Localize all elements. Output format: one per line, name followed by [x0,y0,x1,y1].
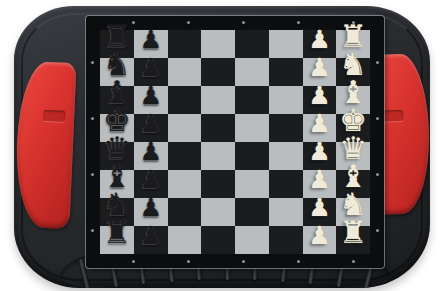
square: ♟ [303,142,337,170]
black-pawn: ♟ [134,167,168,192]
square [201,114,235,142]
square: ♛ [100,142,134,170]
square [235,142,269,170]
square [269,226,303,254]
rivet-dot [242,260,245,263]
square [201,58,235,86]
square [235,226,269,254]
square: ♞ [100,198,134,226]
square [168,170,202,198]
square: ♟ [134,198,168,226]
white-pawn: ♟ [303,111,337,136]
square: ♟ [134,114,168,142]
square: ♟ [303,114,337,142]
chess-case: ♜♟♟♜♞♟♟♞♝♟♟♝♚♟♟♚♛♟♟♛♝♟♟♝♞♟♟♞♜♟♟♜ [14,6,430,288]
square: ♟ [303,226,337,254]
square [235,58,269,86]
black-pawn: ♟ [134,55,168,80]
rivet-dot [376,61,379,64]
square [235,114,269,142]
square [168,226,202,254]
rivet-dot [132,260,135,263]
black-rook: ♜ [100,21,134,52]
square [201,142,235,170]
square: ♜ [100,30,134,58]
square [168,114,202,142]
rivet-dot [187,21,190,24]
square [269,198,303,226]
board-frame: ♜♟♟♜♞♟♟♞♝♟♟♝♚♟♟♚♛♟♟♛♝♟♟♝♞♟♟♞♜♟♟♜ [86,16,384,268]
square: ♟ [134,86,168,114]
square: ♟ [134,170,168,198]
square: ♜ [336,30,370,58]
white-pawn: ♟ [303,139,337,164]
white-pawn: ♟ [303,83,337,108]
square [168,142,202,170]
square: ♟ [303,170,337,198]
square [201,226,235,254]
left-grip [14,61,77,229]
square: ♞ [336,198,370,226]
square [201,30,235,58]
rivet-dot [242,21,245,24]
square: ♜ [100,226,134,254]
rivet-dot [91,229,94,232]
square: ♟ [303,58,337,86]
white-pawn: ♟ [303,27,337,52]
chess-board: ♜♟♟♜♞♟♟♞♝♟♟♝♚♟♟♚♛♟♟♛♝♟♟♝♞♟♟♞♜♟♟♜ [100,30,370,254]
white-rook: ♜ [336,21,370,52]
black-pawn: ♟ [134,223,168,248]
rivet-dot [187,260,190,263]
square [168,30,202,58]
square [201,198,235,226]
square: ♝ [336,170,370,198]
square [168,86,202,114]
square: ♛ [336,142,370,170]
square: ♝ [336,86,370,114]
square [201,86,235,114]
square [201,170,235,198]
square [269,142,303,170]
right-grip-slot [381,110,403,122]
square: ♜ [336,226,370,254]
square: ♚ [100,114,134,142]
black-pawn: ♟ [134,83,168,108]
rivet-dot [376,117,379,120]
black-pawn: ♟ [134,111,168,136]
square: ♝ [100,170,134,198]
white-pawn: ♟ [303,55,337,80]
square: ♞ [336,58,370,86]
black-pawn: ♟ [134,27,168,52]
rivet-dot [91,61,94,64]
square: ♟ [134,226,168,254]
square: ♟ [303,198,337,226]
black-pawn: ♟ [134,195,168,220]
rivet-dot [132,21,135,24]
square: ♟ [303,30,337,58]
square [168,198,202,226]
square [269,58,303,86]
rivet-dot [352,21,355,24]
rivet-dot [297,21,300,24]
square [235,198,269,226]
square: ♟ [134,58,168,86]
square [168,58,202,86]
white-pawn: ♟ [303,195,337,220]
product-photo: ♜♟♟♜♞♟♟♞♝♟♟♝♚♟♟♚♛♟♟♛♝♟♟♝♞♟♟♞♜♟♟♜ [0,0,440,291]
square [235,86,269,114]
square: ♝ [100,86,134,114]
square: ♚ [336,114,370,142]
white-pawn: ♟ [303,223,337,248]
white-pawn: ♟ [303,167,337,192]
square [235,170,269,198]
left-grip-slot [43,110,65,122]
rivet-dot [376,229,379,232]
square [269,30,303,58]
square: ♟ [134,30,168,58]
square: ♞ [100,58,134,86]
black-pawn: ♟ [134,139,168,164]
rivet-dot [91,117,94,120]
rivet-dot [352,260,355,263]
square: ♟ [303,86,337,114]
square: ♟ [134,142,168,170]
square [269,114,303,142]
square [235,30,269,58]
square [269,86,303,114]
rivet-dot [297,260,300,263]
square [269,170,303,198]
rivet-dot [91,173,94,176]
rivet-dot [376,173,379,176]
